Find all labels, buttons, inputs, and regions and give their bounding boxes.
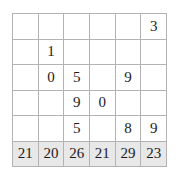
cell-r1c2[interactable] bbox=[39, 14, 64, 39]
cell-r5c5-given: 8 bbox=[116, 116, 141, 141]
cell-r4c5[interactable] bbox=[116, 91, 141, 116]
cell-r5c1[interactable] bbox=[13, 116, 38, 141]
total-c6: 23 bbox=[141, 142, 166, 167]
cell-r3c5-given: 9 bbox=[116, 65, 141, 90]
cell-r3c4[interactable] bbox=[90, 65, 115, 90]
cell-r2c4[interactable] bbox=[90, 40, 115, 65]
cell-r2c3[interactable] bbox=[64, 40, 89, 65]
cell-r5c2[interactable] bbox=[39, 116, 64, 141]
cell-r1c5[interactable] bbox=[116, 14, 141, 39]
cell-r4c2[interactable] bbox=[39, 91, 64, 116]
cell-r5c4[interactable] bbox=[90, 116, 115, 141]
cell-r2c2-given: 1 bbox=[39, 40, 64, 65]
cell-r1c4[interactable] bbox=[90, 14, 115, 39]
cell-r3c6[interactable] bbox=[141, 65, 166, 90]
cell-r3c1[interactable] bbox=[13, 65, 38, 90]
cell-r1c3[interactable] bbox=[64, 14, 89, 39]
cell-r3c3-given: 5 bbox=[64, 65, 89, 90]
cell-r3c2-given: 0 bbox=[39, 65, 64, 90]
cell-r2c1[interactable] bbox=[13, 40, 38, 65]
cell-r2c5[interactable] bbox=[116, 40, 141, 65]
total-c1: 21 bbox=[13, 142, 38, 167]
total-c3: 26 bbox=[64, 142, 89, 167]
cell-r4c4-given: 0 bbox=[90, 91, 115, 116]
cell-r4c3-given: 9 bbox=[64, 91, 89, 116]
total-c5: 29 bbox=[116, 142, 141, 167]
cell-r1c1[interactable] bbox=[13, 14, 38, 39]
cell-r1c6-given: 3 bbox=[141, 14, 166, 39]
total-c4: 21 bbox=[90, 142, 115, 167]
cell-r4c6[interactable] bbox=[141, 91, 166, 116]
cell-r2c6[interactable] bbox=[141, 40, 166, 65]
cell-r5c6-given: 9 bbox=[141, 116, 166, 141]
cell-r5c3-given: 5 bbox=[64, 116, 89, 141]
puzzle-board: 3 1 0 5 9 9 0 5 8 9 21 20 26 21 29 23 bbox=[12, 13, 167, 167]
cell-r4c1[interactable] bbox=[13, 91, 38, 116]
total-c2: 20 bbox=[39, 142, 64, 167]
